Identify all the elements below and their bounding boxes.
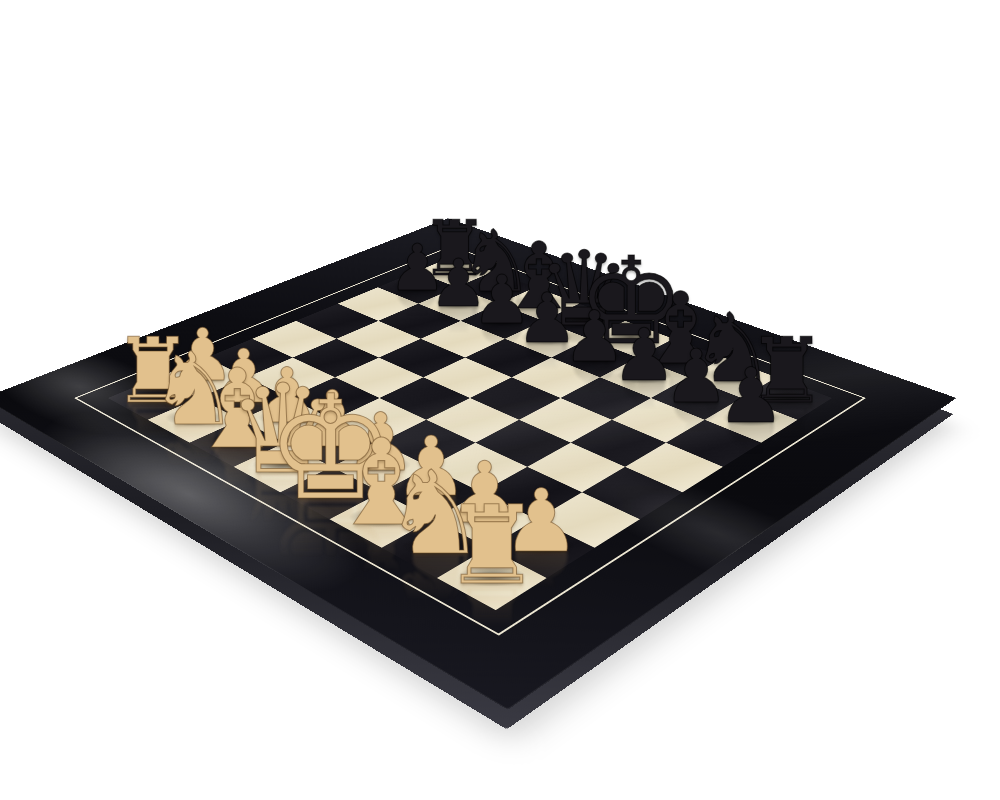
board-frame — [0, 218, 956, 710]
glossy-sheen — [0, 218, 956, 710]
product-photo-scene: ♜♜♞♞♝♝♛♛♚♚♝♝♞♞♜♜♟♟♟♟♟♟♟♟♟♟♟♟♟♟♟♟♟♟♟♟♟♟♟♟… — [0, 0, 1000, 800]
